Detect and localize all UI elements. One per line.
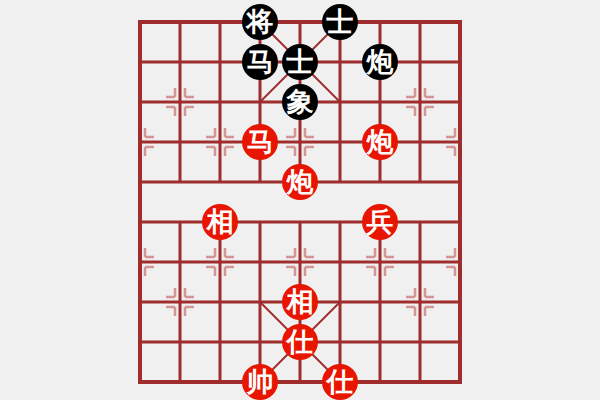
piece-red-horse[interactable]: 马 bbox=[242, 124, 278, 160]
piece-red-soldier[interactable]: 兵 bbox=[362, 204, 398, 240]
piece-black-cannon[interactable]: 炮 bbox=[362, 44, 398, 80]
piece-red-general[interactable]: 帅 bbox=[242, 364, 278, 400]
piece-black-advisor[interactable]: 士 bbox=[282, 44, 318, 80]
xiangqi-board: 将士马士炮象马炮炮相兵相仕帅仕 bbox=[0, 0, 600, 400]
piece-red-cannon[interactable]: 炮 bbox=[282, 164, 318, 200]
piece-red-elephant[interactable]: 相 bbox=[202, 204, 238, 240]
piece-black-general[interactable]: 将 bbox=[242, 4, 278, 40]
piece-black-advisor[interactable]: 士 bbox=[322, 4, 358, 40]
piece-red-advisor[interactable]: 仕 bbox=[282, 324, 318, 360]
pieces-layer: 将士马士炮象马炮炮相兵相仕帅仕 bbox=[120, 2, 480, 400]
piece-black-elephant[interactable]: 象 bbox=[282, 84, 318, 120]
piece-red-cannon[interactable]: 炮 bbox=[362, 124, 398, 160]
piece-red-advisor[interactable]: 仕 bbox=[322, 364, 358, 400]
piece-black-horse[interactable]: 马 bbox=[242, 44, 278, 80]
piece-red-elephant[interactable]: 相 bbox=[282, 284, 318, 320]
